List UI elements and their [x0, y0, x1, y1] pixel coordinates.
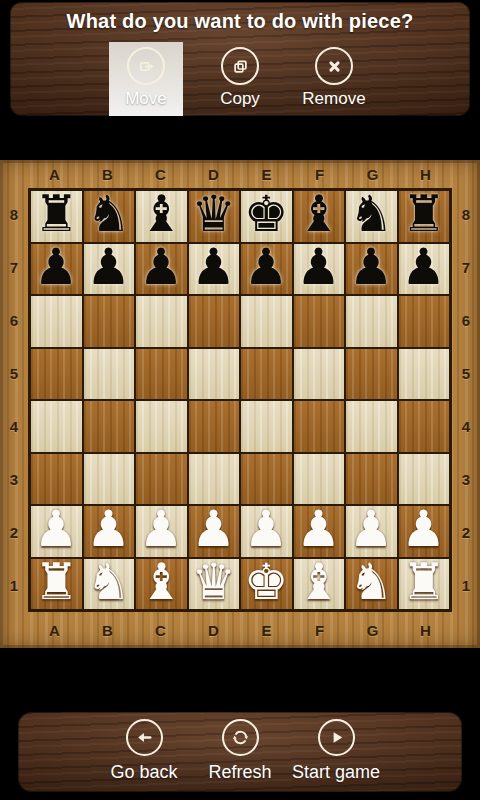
- square-d4[interactable]: [189, 401, 240, 452]
- coordinate-label: 5: [0, 347, 28, 400]
- black-pawn: ♟: [139, 244, 184, 292]
- square-a7[interactable]: ♟: [31, 244, 82, 295]
- coordinate-label: E: [240, 612, 293, 648]
- square-e4[interactable]: [241, 401, 292, 452]
- square-g2[interactable]: ♟: [346, 506, 397, 557]
- move-button[interactable]: Move: [109, 42, 183, 116]
- square-d1[interactable]: ♛: [189, 559, 240, 610]
- square-e3[interactable]: [241, 454, 292, 505]
- square-g4[interactable]: [346, 401, 397, 452]
- coordinate-label: 4: [452, 400, 480, 453]
- black-bishop: ♝: [139, 191, 184, 239]
- coordinate-label: 8: [452, 188, 480, 241]
- black-pawn: ♟: [349, 244, 394, 292]
- white-pawn: ♟: [244, 506, 289, 554]
- coordinate-label: 8: [0, 188, 28, 241]
- dialog-button-row: Move Copy Remove: [10, 42, 470, 116]
- refresh-label: Refresh: [208, 762, 271, 783]
- coordinate-label: 1: [452, 559, 480, 612]
- coordinate-label: 3: [452, 453, 480, 506]
- square-c3[interactable]: [136, 454, 187, 505]
- white-pawn: ♟: [139, 506, 184, 554]
- app-screen: What do you want to do with piece? Move: [0, 0, 480, 800]
- square-d3[interactable]: [189, 454, 240, 505]
- square-d6[interactable]: [189, 296, 240, 347]
- coordinate-label: G: [346, 612, 399, 648]
- square-g8[interactable]: ♞: [346, 191, 397, 242]
- white-bishop: ♝: [139, 559, 184, 607]
- square-b3[interactable]: [84, 454, 135, 505]
- square-f3[interactable]: [294, 454, 345, 505]
- white-pawn: ♟: [34, 506, 79, 554]
- square-a4[interactable]: [31, 401, 82, 452]
- square-f6[interactable]: [294, 296, 345, 347]
- black-pawn: ♟: [34, 244, 79, 292]
- coordinate-label: A: [28, 160, 81, 188]
- white-pawn: ♟: [296, 506, 341, 554]
- rank-labels-left: 87654321: [0, 188, 28, 612]
- coordinate-label: C: [134, 160, 187, 188]
- square-c2[interactable]: ♟: [136, 506, 187, 557]
- white-rook: ♜: [401, 559, 446, 607]
- coordinate-label: H: [399, 160, 452, 188]
- square-c4[interactable]: [136, 401, 187, 452]
- square-c5[interactable]: [136, 349, 187, 400]
- refresh-icon: [222, 719, 259, 756]
- square-f8[interactable]: ♝: [294, 191, 345, 242]
- coordinate-label: 7: [0, 241, 28, 294]
- square-e7[interactable]: ♟: [241, 244, 292, 295]
- black-queen: ♛: [191, 191, 236, 239]
- white-pawn: ♟: [349, 506, 394, 554]
- square-e6[interactable]: [241, 296, 292, 347]
- remove-button[interactable]: Remove: [297, 42, 371, 116]
- copy-icon: [221, 47, 259, 85]
- black-rook: ♜: [401, 191, 446, 239]
- square-d8[interactable]: ♛: [189, 191, 240, 242]
- coordinate-label: 6: [452, 294, 480, 347]
- copy-button[interactable]: Copy: [203, 42, 277, 116]
- coordinate-label: 1: [0, 559, 28, 612]
- rank-labels-right: 87654321: [452, 188, 480, 612]
- black-king: ♚: [244, 191, 289, 239]
- square-d5[interactable]: [189, 349, 240, 400]
- square-a2[interactable]: ♟: [31, 506, 82, 557]
- coordinate-label: C: [134, 612, 187, 648]
- file-labels-top: ABCDEFGH: [28, 160, 452, 188]
- black-pawn: ♟: [296, 244, 341, 292]
- coordinate-label: 4: [0, 400, 28, 453]
- coordinate-label: F: [293, 612, 346, 648]
- square-b8[interactable]: ♞: [84, 191, 135, 242]
- piece-action-dialog: What do you want to do with piece? Move: [10, 2, 470, 116]
- coordinate-label: H: [399, 612, 452, 648]
- coordinate-label: 5: [452, 347, 480, 400]
- black-pawn: ♟: [191, 244, 236, 292]
- coordinate-label: B: [81, 612, 134, 648]
- start-game-label: Start game: [292, 762, 380, 783]
- square-b4[interactable]: [84, 401, 135, 452]
- square-f5[interactable]: [294, 349, 345, 400]
- coordinate-label: 6: [0, 294, 28, 347]
- square-g6[interactable]: [346, 296, 397, 347]
- chess-board: ABCDEFGH ABCDEFGH 87654321 87654321 ♜♞♝♛…: [0, 160, 480, 648]
- file-labels-bottom: ABCDEFGH: [28, 612, 452, 648]
- coordinate-label: D: [187, 612, 240, 648]
- square-f7[interactable]: ♟: [294, 244, 345, 295]
- black-pawn: ♟: [86, 244, 131, 292]
- square-h7[interactable]: ♟: [399, 244, 450, 295]
- square-d7[interactable]: ♟: [189, 244, 240, 295]
- black-rook: ♜: [34, 191, 79, 239]
- white-pawn: ♟: [86, 506, 131, 554]
- refresh-button[interactable]: Refresh: [192, 718, 288, 784]
- square-b2[interactable]: ♟: [84, 506, 135, 557]
- square-h3[interactable]: [399, 454, 450, 505]
- black-knight: ♞: [349, 191, 394, 239]
- play-icon: [318, 719, 355, 756]
- square-g3[interactable]: [346, 454, 397, 505]
- square-g1[interactable]: ♞: [346, 559, 397, 610]
- white-queen: ♛: [191, 559, 236, 607]
- black-knight: ♞: [86, 191, 131, 239]
- go-back-label: Go back: [110, 762, 177, 783]
- square-h5[interactable]: [399, 349, 450, 400]
- go-back-button[interactable]: Go back: [96, 718, 192, 784]
- square-c7[interactable]: ♟: [136, 244, 187, 295]
- remove-button-label: Remove: [302, 89, 365, 109]
- square-g5[interactable]: [346, 349, 397, 400]
- square-b5[interactable]: [84, 349, 135, 400]
- bottom-button-row: Go back Refresh: [18, 712, 462, 792]
- coordinate-label: G: [346, 160, 399, 188]
- coordinate-label: 2: [0, 506, 28, 559]
- square-e8[interactable]: ♚: [241, 191, 292, 242]
- square-b1[interactable]: ♞: [84, 559, 135, 610]
- square-a8[interactable]: ♜: [31, 191, 82, 242]
- square-a3[interactable]: [31, 454, 82, 505]
- back-icon: [126, 719, 163, 756]
- white-rook: ♜: [34, 559, 79, 607]
- square-f4[interactable]: [294, 401, 345, 452]
- white-pawn: ♟: [191, 506, 236, 554]
- square-a1[interactable]: ♜: [31, 559, 82, 610]
- black-pawn: ♟: [244, 244, 289, 292]
- square-h2[interactable]: ♟: [399, 506, 450, 557]
- coordinate-label: 7: [452, 241, 480, 294]
- move-button-label: Move: [125, 89, 167, 109]
- coordinate-label: E: [240, 160, 293, 188]
- bottom-nav-bar: Go back Refresh: [18, 712, 462, 792]
- black-bishop: ♝: [296, 191, 341, 239]
- square-e5[interactable]: [241, 349, 292, 400]
- square-h6[interactable]: [399, 296, 450, 347]
- white-king: ♚: [244, 559, 289, 607]
- black-pawn: ♟: [401, 244, 446, 292]
- square-b6[interactable]: [84, 296, 135, 347]
- move-icon: [127, 47, 165, 85]
- white-knight: ♞: [349, 559, 394, 607]
- square-e2[interactable]: ♟: [241, 506, 292, 557]
- remove-icon: [315, 47, 353, 85]
- square-a6[interactable]: [31, 296, 82, 347]
- start-game-button[interactable]: Start game: [288, 718, 384, 784]
- square-a5[interactable]: [31, 349, 82, 400]
- square-f2[interactable]: ♟: [294, 506, 345, 557]
- square-c8[interactable]: ♝: [136, 191, 187, 242]
- square-b7[interactable]: ♟: [84, 244, 135, 295]
- board-squares: ♜♞♝♛♚♝♞♜♟♟♟♟♟♟♟♟♟♟♟♟♟♟♟♟♜♞♝♛♚♝♞♜: [28, 188, 452, 612]
- square-c1[interactable]: ♝: [136, 559, 187, 610]
- square-f1[interactable]: ♝: [294, 559, 345, 610]
- square-c6[interactable]: [136, 296, 187, 347]
- dialog-title: What do you want to do with piece?: [10, 10, 470, 33]
- coordinate-label: D: [187, 160, 240, 188]
- coordinate-label: F: [293, 160, 346, 188]
- square-h8[interactable]: ♜: [399, 191, 450, 242]
- square-e1[interactable]: ♚: [241, 559, 292, 610]
- white-bishop: ♝: [296, 559, 341, 607]
- square-d2[interactable]: ♟: [189, 506, 240, 557]
- coordinate-label: A: [28, 612, 81, 648]
- coordinate-label: 2: [452, 506, 480, 559]
- white-pawn: ♟: [401, 506, 446, 554]
- square-h1[interactable]: ♜: [399, 559, 450, 610]
- white-knight: ♞: [86, 559, 131, 607]
- coordinate-label: B: [81, 160, 134, 188]
- square-h4[interactable]: [399, 401, 450, 452]
- copy-button-label: Copy: [220, 89, 260, 109]
- coordinate-label: 3: [0, 453, 28, 506]
- square-g7[interactable]: ♟: [346, 244, 397, 295]
